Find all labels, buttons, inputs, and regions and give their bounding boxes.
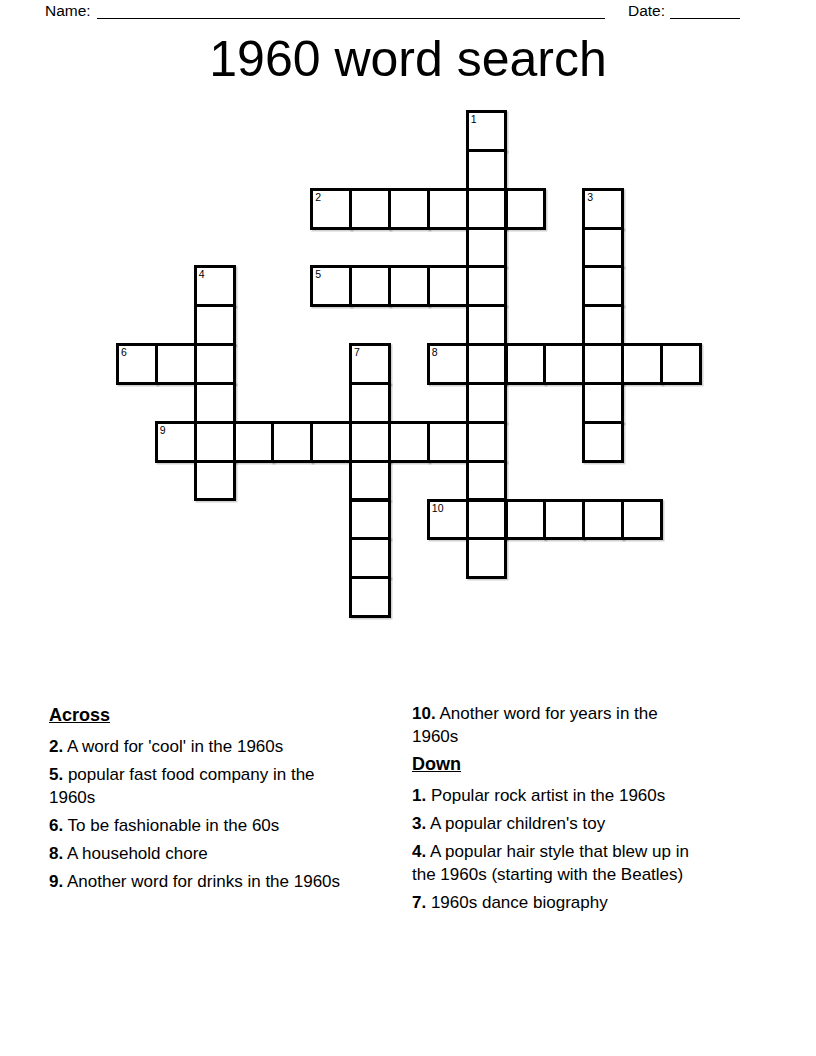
- cell-r10-c13[interactable]: [621, 499, 663, 541]
- cell-r6-c11[interactable]: [543, 343, 585, 385]
- cell-r6-c13[interactable]: [621, 343, 663, 385]
- cell-r11-c9[interactable]: [466, 537, 508, 579]
- cell-r5-c12[interactable]: [582, 304, 624, 346]
- cell-r2-c7[interactable]: [388, 188, 430, 230]
- cell-r6-c8[interactable]: 8: [427, 343, 469, 385]
- page-title: 1960 word search: [0, 30, 816, 88]
- date-label: Date:: [628, 1, 665, 20]
- cell-r9-c6[interactable]: [349, 460, 391, 502]
- cell-number-5: 5: [315, 268, 321, 280]
- cell-r2-c10[interactable]: [505, 188, 547, 230]
- cell-r6-c12[interactable]: [582, 343, 624, 385]
- crossword-grid: 12345678910: [116, 110, 702, 619]
- cell-number-2: 2: [315, 191, 321, 203]
- cell-r11-c6[interactable]: [349, 537, 391, 579]
- cell-r7-c6[interactable]: [349, 382, 391, 424]
- cell-r8-c12[interactable]: [582, 421, 624, 463]
- clue-across-9: 9. Another word for drinks in the 1960s: [49, 870, 365, 893]
- worksheet-page: Name: Date: 1960 word search 12345678910…: [0, 0, 816, 1056]
- clue-across-6: 6. To be fashionable in the 60s: [49, 814, 365, 837]
- clue-number-label: 10.: [412, 704, 436, 723]
- cell-r4-c9[interactable]: [466, 265, 508, 307]
- cell-r10-c9[interactable]: [466, 499, 508, 541]
- cell-r9-c2[interactable]: [194, 460, 236, 502]
- cell-r6-c1[interactable]: [155, 343, 197, 385]
- cell-r3-c9[interactable]: [466, 227, 508, 269]
- cell-r0-c9[interactable]: 1: [466, 110, 508, 152]
- cell-r8-c9[interactable]: [466, 421, 508, 463]
- clue-number-label: 5.: [49, 765, 63, 784]
- cell-r7-c12[interactable]: [582, 382, 624, 424]
- cell-r2-c5[interactable]: 2: [310, 188, 352, 230]
- name-label: Name:: [45, 1, 91, 20]
- cell-number-4: 4: [199, 268, 205, 280]
- clue-down-1: 1. Popular rock artist in the 1960s: [412, 784, 704, 807]
- cell-r1-c9[interactable]: [466, 149, 508, 191]
- down-heading: Down: [412, 753, 704, 776]
- cell-r4-c7[interactable]: [388, 265, 430, 307]
- cell-r4-c8[interactable]: [427, 265, 469, 307]
- cell-r10-c8[interactable]: 10: [427, 499, 469, 541]
- cell-r8-c5[interactable]: [310, 421, 352, 463]
- cell-r6-c14[interactable]: [660, 343, 702, 385]
- cell-r10-c12[interactable]: [582, 499, 624, 541]
- cell-r10-c6[interactable]: [349, 499, 391, 541]
- cell-r7-c9[interactable]: [466, 382, 508, 424]
- cell-r8-c7[interactable]: [388, 421, 430, 463]
- cell-number-3: 3: [587, 191, 593, 203]
- cell-r4-c6[interactable]: [349, 265, 391, 307]
- cell-r5-c2[interactable]: [194, 304, 236, 346]
- cell-r7-c2[interactable]: [194, 382, 236, 424]
- clue-column-left: Across 2. A word for 'cool' in the 1960s…: [49, 702, 365, 898]
- clue-across-10: 10. Another word for years in the 1960s: [412, 702, 704, 748]
- cell-r6-c0[interactable]: 6: [116, 343, 158, 385]
- cell-r2-c6[interactable]: [349, 188, 391, 230]
- cell-number-9: 9: [160, 424, 166, 436]
- cell-r10-c11[interactable]: [543, 499, 585, 541]
- clue-number-label: 7.: [412, 893, 426, 912]
- cell-r4-c12[interactable]: [582, 265, 624, 307]
- cell-r8-c2[interactable]: [194, 421, 236, 463]
- clue-number-label: 9.: [49, 872, 63, 891]
- clue-number-label: 6.: [49, 816, 63, 835]
- clue-across-5: 5. popular fast food company in the 1960…: [49, 763, 365, 809]
- clue-number-label: 3.: [412, 814, 426, 833]
- clue-column-right: 10. Another word for years in the 1960sD…: [412, 702, 704, 919]
- cell-number-10: 10: [432, 502, 444, 514]
- across-heading: Across: [49, 704, 365, 727]
- clue-down-7: 7. 1960s dance biography: [412, 891, 704, 914]
- cell-r8-c3[interactable]: [233, 421, 275, 463]
- clue-down-3: 3. A popular children's toy: [412, 812, 704, 835]
- date-write-line[interactable]: [670, 0, 740, 19]
- cell-r8-c1[interactable]: 9: [155, 421, 197, 463]
- clue-number-label: 2.: [49, 737, 63, 756]
- cell-r2-c9[interactable]: [466, 188, 508, 230]
- clue-down-4: 4. A popular hair style that blew up in …: [412, 840, 704, 886]
- cell-r3-c12[interactable]: [582, 227, 624, 269]
- cell-number-8: 8: [432, 346, 438, 358]
- cell-r4-c5[interactable]: 5: [310, 265, 352, 307]
- cell-number-6: 6: [121, 346, 127, 358]
- name-write-line[interactable]: [97, 0, 605, 19]
- cell-r6-c9[interactable]: [466, 343, 508, 385]
- cell-r8-c6[interactable]: [349, 421, 391, 463]
- cell-r8-c8[interactable]: [427, 421, 469, 463]
- clue-number-label: 4.: [412, 842, 426, 861]
- clue-across-8: 8. A household chore: [49, 842, 365, 865]
- cell-r2-c12[interactable]: 3: [582, 188, 624, 230]
- cell-r8-c4[interactable]: [271, 421, 313, 463]
- cell-r6-c10[interactable]: [505, 343, 547, 385]
- clue-number-label: 8.: [49, 844, 63, 863]
- cell-r6-c6[interactable]: 7: [349, 343, 391, 385]
- clue-number-label: 1.: [412, 786, 426, 805]
- cell-r5-c9[interactable]: [466, 304, 508, 346]
- cell-number-1: 1: [471, 113, 477, 125]
- clue-across-2: 2. A word for 'cool' in the 1960s: [49, 735, 365, 758]
- cell-r4-c2[interactable]: 4: [194, 265, 236, 307]
- cell-number-7: 7: [354, 346, 360, 358]
- cell-r6-c2[interactable]: [194, 343, 236, 385]
- cell-r10-c10[interactable]: [505, 499, 547, 541]
- cell-r9-c9[interactable]: [466, 460, 508, 502]
- cell-r12-c6[interactable]: [349, 576, 391, 618]
- cell-r2-c8[interactable]: [427, 188, 469, 230]
